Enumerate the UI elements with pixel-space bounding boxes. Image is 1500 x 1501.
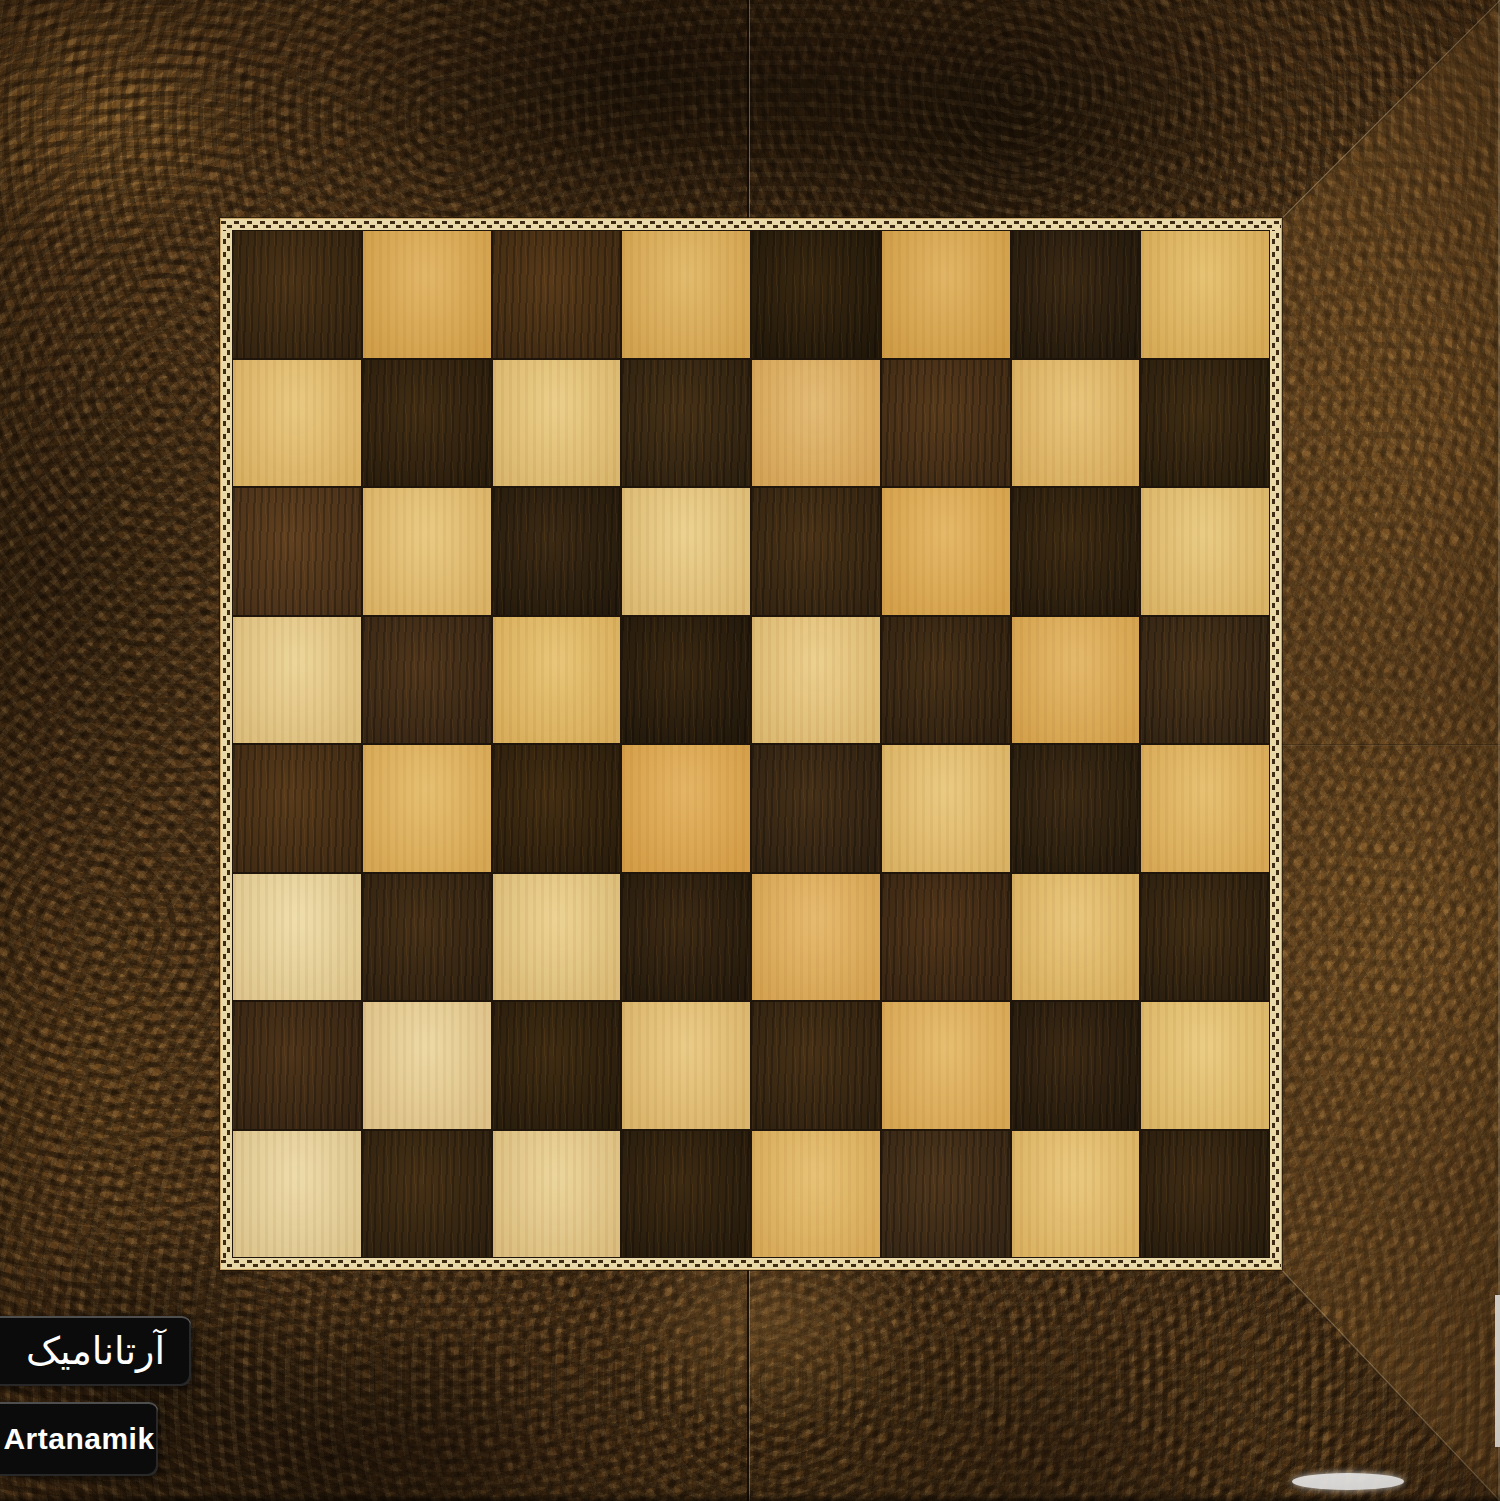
board-square [233,1131,361,1258]
board-square [882,617,1010,744]
board-square [752,488,880,615]
board-square [1012,1131,1140,1258]
board-square [752,874,880,1001]
board-square [363,488,491,615]
board-square [882,231,1010,358]
board-photo: آرتانامیک Artanamik [0,0,1500,1501]
board-square [363,1131,491,1258]
board-square [1012,617,1140,744]
board-square [622,1002,750,1129]
board-square [882,1131,1010,1258]
inlay-border-right [1270,230,1281,1258]
board-square [233,360,361,487]
board-square [233,745,361,872]
board-square [882,360,1010,487]
board-square [752,360,880,487]
board-square [363,617,491,744]
board-square [363,1002,491,1129]
board-square [493,360,621,487]
brand-label-farsi-text: آرتانامیک [26,1329,165,1373]
chessboard [220,218,1282,1270]
brand-label-latin-text: Artanamik [3,1422,154,1456]
board-square [1012,231,1140,358]
board-square [233,231,361,358]
board-square [1141,1131,1269,1258]
board-square [1012,874,1140,1001]
board-square [622,874,750,1001]
board-square [1141,874,1269,1001]
board-square [233,1002,361,1129]
board-square [363,745,491,872]
board-square [752,1002,880,1129]
board-square [1141,617,1269,744]
board-square [1012,745,1140,872]
board-square [622,488,750,615]
board-square [1012,360,1140,487]
board-square [752,231,880,358]
board-square [1141,1002,1269,1129]
board-square [622,360,750,487]
board-square [1141,488,1269,615]
right-frame-joint [1281,744,1500,746]
board-square [622,617,750,744]
board-square [363,360,491,487]
inlay-border-bottom [221,1258,1281,1269]
board-square [1141,745,1269,872]
board-square [493,617,621,744]
board-square [622,1131,750,1258]
board-square [363,874,491,1001]
board-square [1141,231,1269,358]
board-square [233,488,361,615]
board-square [233,617,361,744]
camera-glare [1292,1473,1404,1490]
board-square [882,488,1010,615]
frame-top-shading [0,0,1500,220]
brand-label-latin: Artanamik [0,1402,158,1476]
board-square [233,874,361,1001]
board-square [882,874,1010,1001]
board-square [1012,488,1140,615]
board-square [622,745,750,872]
board-square [493,231,621,358]
board-square [493,874,621,1001]
board-square [882,745,1010,872]
board-square [493,1131,621,1258]
board-square [752,617,880,744]
board-square [493,745,621,872]
board-square [622,231,750,358]
board-square [363,231,491,358]
board-square [1141,360,1269,487]
frame-bottom-grain [0,1268,1500,1501]
inlay-border-top [221,219,1281,230]
board-square [493,1002,621,1129]
brand-label-farsi: آرتانامیک [0,1316,191,1386]
inlay-border-left [221,230,232,1258]
board-grid [232,230,1270,1258]
board-square [1012,1002,1140,1129]
bottom-edge-shadow [0,1494,1500,1501]
board-square [752,745,880,872]
board-square [752,1131,880,1258]
board-square [493,488,621,615]
board-square [882,1002,1010,1129]
